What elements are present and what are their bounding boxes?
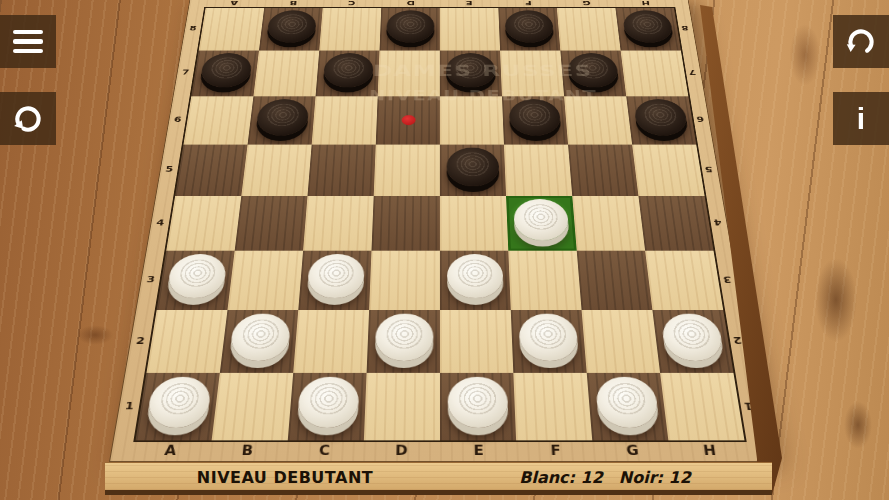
square-b1[interactable] <box>212 373 294 441</box>
square-f1[interactable] <box>513 373 592 441</box>
files-top-labels: ABCDEFGH <box>204 0 675 7</box>
square-g6[interactable] <box>564 96 632 144</box>
square-a7[interactable] <box>191 51 259 96</box>
square-f3[interactable] <box>508 251 581 310</box>
undo-arrow-icon <box>844 25 878 59</box>
black-piece[interactable] <box>633 99 689 135</box>
square-a2[interactable] <box>146 310 227 373</box>
square-e8[interactable] <box>440 8 500 51</box>
square-h2[interactable] <box>652 310 733 373</box>
square-h6[interactable] <box>626 96 696 144</box>
hamburger-icon <box>13 30 43 54</box>
square-f5[interactable] <box>504 144 572 195</box>
square-b2[interactable] <box>220 310 298 373</box>
square-b6[interactable] <box>248 96 316 144</box>
info-button[interactable]: i <box>833 92 889 145</box>
file-label: F <box>498 0 557 7</box>
white-piece[interactable] <box>513 199 570 240</box>
square-c8[interactable] <box>319 8 381 51</box>
square-h1[interactable] <box>660 373 744 441</box>
square-b3[interactable] <box>228 251 304 310</box>
square-e3[interactable] <box>440 251 511 310</box>
square-f8[interactable] <box>498 8 560 51</box>
white-piece[interactable] <box>165 254 227 298</box>
square-e6[interactable] <box>440 96 504 144</box>
square-a3[interactable] <box>157 251 235 310</box>
white-piece[interactable] <box>228 313 291 360</box>
hint-dot <box>401 115 415 125</box>
file-label: E <box>440 440 517 461</box>
square-c3[interactable] <box>298 251 371 310</box>
white-piece[interactable] <box>296 377 359 428</box>
white-piece[interactable] <box>447 377 508 428</box>
square-c7[interactable] <box>316 51 380 96</box>
file-label: G <box>557 0 616 7</box>
file-label: D <box>363 440 440 461</box>
white-piece[interactable] <box>660 313 725 360</box>
square-h4[interactable] <box>638 196 713 251</box>
black-piece[interactable] <box>255 99 309 135</box>
black-piece[interactable] <box>504 10 554 42</box>
square-a6[interactable] <box>183 96 253 144</box>
black-piece[interactable] <box>566 53 619 87</box>
white-piece[interactable] <box>306 254 365 298</box>
board-grid <box>133 7 746 442</box>
black-piece[interactable] <box>266 10 317 42</box>
checkers-board: ABCDEFGH ABCDEFGH 87654321 87654321 DAME… <box>109 0 769 462</box>
square-d2[interactable] <box>367 310 440 373</box>
file-label: H <box>616 0 676 7</box>
square-d3[interactable] <box>369 251 440 310</box>
square-e5[interactable] <box>440 144 506 195</box>
white-piece[interactable] <box>594 377 659 428</box>
white-piece[interactable] <box>374 313 433 360</box>
board-front-edge: NIVEAU DEBUTANT Blanc: 12Noir: 12 <box>105 462 772 495</box>
square-e2[interactable] <box>440 310 513 373</box>
square-a8[interactable] <box>199 8 264 51</box>
file-label: B <box>208 440 287 461</box>
square-h3[interactable] <box>645 251 723 310</box>
file-label: B <box>263 0 322 7</box>
square-f2[interactable] <box>511 310 587 373</box>
square-d6[interactable] <box>376 96 440 144</box>
square-b7[interactable] <box>253 51 319 96</box>
square-h5[interactable] <box>632 144 704 195</box>
black-piece[interactable] <box>386 10 434 42</box>
file-label: G <box>593 440 672 461</box>
square-c1[interactable] <box>288 373 367 441</box>
file-label: H <box>670 440 750 461</box>
square-d1[interactable] <box>364 373 440 441</box>
file-label: F <box>517 440 595 461</box>
white-piece[interactable] <box>518 313 579 360</box>
square-f4[interactable] <box>506 196 577 251</box>
square-d7[interactable] <box>378 51 440 96</box>
square-f6[interactable] <box>502 96 568 144</box>
square-d5[interactable] <box>374 144 440 195</box>
square-a5[interactable] <box>175 144 247 195</box>
white-count-label: Blanc: 12 <box>519 468 603 487</box>
restart-circular-arrow-icon <box>11 102 45 136</box>
black-count-label: Noir: 12 <box>619 468 691 487</box>
white-piece[interactable] <box>447 254 504 298</box>
square-c6[interactable] <box>312 96 378 144</box>
square-c4[interactable] <box>303 196 374 251</box>
square-b5[interactable] <box>241 144 311 195</box>
restart-button[interactable] <box>0 92 56 145</box>
black-piece[interactable] <box>446 53 496 87</box>
file-label: A <box>204 0 264 7</box>
file-label: C <box>322 0 381 7</box>
square-d4[interactable] <box>371 196 439 251</box>
square-e7[interactable] <box>440 51 502 96</box>
file-label: A <box>130 440 210 461</box>
square-c2[interactable] <box>293 310 369 373</box>
square-g2[interactable] <box>582 310 661 373</box>
square-b4[interactable] <box>235 196 308 251</box>
undo-button[interactable] <box>833 15 889 68</box>
wood-table-background: ABCDEFGH ABCDEFGH 87654321 87654321 DAME… <box>0 0 889 500</box>
square-a1[interactable] <box>136 373 220 441</box>
info-icon: i <box>857 104 865 134</box>
piece-count-label: Blanc: 12Noir: 12 <box>490 468 720 487</box>
square-f7[interactable] <box>500 51 564 96</box>
black-piece[interactable] <box>621 10 673 42</box>
square-h8[interactable] <box>615 8 681 51</box>
black-piece[interactable] <box>322 53 373 87</box>
square-e1[interactable] <box>440 373 516 441</box>
level-label: NIVEAU DEBUTANT <box>165 468 405 487</box>
square-b8[interactable] <box>259 8 323 51</box>
square-e4[interactable] <box>440 196 508 251</box>
square-g5[interactable] <box>568 144 638 195</box>
black-piece[interactable] <box>446 148 499 187</box>
square-h7[interactable] <box>621 51 689 96</box>
menu-button[interactable] <box>0 15 56 68</box>
white-piece[interactable] <box>145 377 212 428</box>
square-g7[interactable] <box>560 51 626 96</box>
square-c5[interactable] <box>307 144 375 195</box>
black-piece[interactable] <box>199 53 253 87</box>
files-bottom-labels: ABCDEFGH <box>130 440 750 461</box>
black-piece[interactable] <box>508 99 561 135</box>
file-label: C <box>285 440 363 461</box>
square-g3[interactable] <box>577 251 653 310</box>
square-g8[interactable] <box>557 8 621 51</box>
square-a4[interactable] <box>166 196 241 251</box>
square-g4[interactable] <box>572 196 645 251</box>
file-label: E <box>440 0 499 7</box>
square-g1[interactable] <box>587 373 669 441</box>
square-d8[interactable] <box>380 8 440 51</box>
file-label: D <box>381 0 440 7</box>
